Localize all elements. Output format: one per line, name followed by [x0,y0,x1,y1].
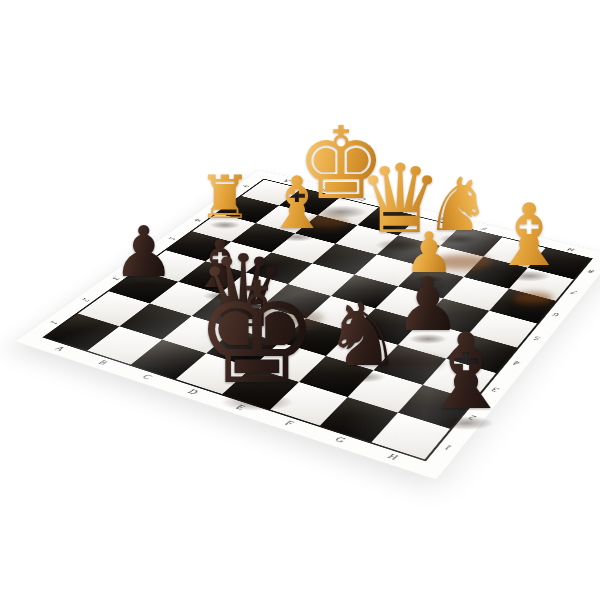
piece-white-bishop-h7[interactable]: ♝ [490,192,567,278]
gloss-reflection [513,292,553,304]
rank-label-right-6: 6 [552,312,561,318]
file-label-near-b: B [96,359,108,366]
rank-label-right-1: 1 [443,443,453,451]
piece-black-knight-f2[interactable]: ♞ [324,291,403,379]
rank-label-left-2: 2 [80,297,91,302]
file-label-far-h: H [566,247,576,252]
product-photo-chess-set: AABBCCDDEEFFGGHH1122334455667788 ♚♜♝♞♛♝♟… [0,0,600,600]
rank-label-left-1: 1 [48,320,59,325]
rank-label-right-5: 5 [533,335,542,341]
file-label-near-h: H [386,453,399,462]
file-label-near-c: C [141,373,153,380]
piece-black-pawn-a3[interactable]: ♟ [113,217,176,287]
piece-white-bishop-c6[interactable]: ♝ [265,167,330,239]
file-label-near-f: F [283,419,295,427]
file-label-near-g: G [333,436,346,445]
rank-label-right-4: 4 [512,360,521,367]
rank-label-right-8: 8 [587,269,595,274]
piece-black-king-e1[interactable]: ♚ [194,264,320,404]
piece-black-bishop-g2[interactable]: ♝ [419,320,513,425]
file-label-near-a: A [54,345,66,352]
rank-label-right-7: 7 [570,290,578,296]
piece-white-rook-a6[interactable]: ♜ [198,167,252,227]
